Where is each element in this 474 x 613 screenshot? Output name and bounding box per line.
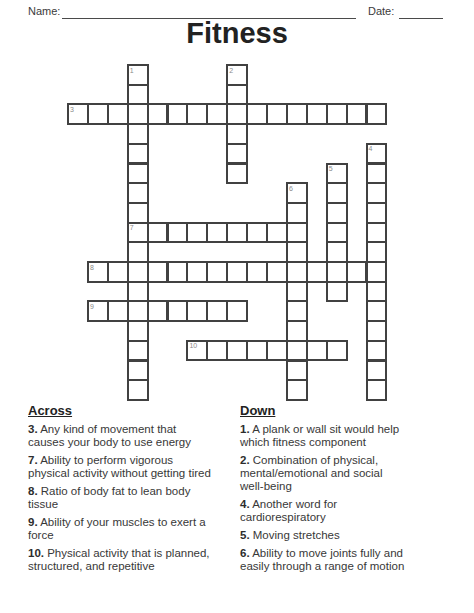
grid-cell[interactable] xyxy=(226,84,248,106)
grid-cell[interactable] xyxy=(167,103,189,125)
grid-cell[interactable] xyxy=(266,261,288,283)
grid-cell[interactable] xyxy=(246,261,268,283)
worksheet-page: Name: Date: Fitness 12345678910 Across 3… xyxy=(0,0,474,613)
clue-text: Physical activity that is planned, struc… xyxy=(28,547,210,572)
grid-cell[interactable] xyxy=(127,84,149,106)
grid-cell[interactable] xyxy=(226,163,248,185)
grid-cell[interactable] xyxy=(366,360,388,382)
down-clue-list: 1. A plank or wall sit would help which … xyxy=(240,423,466,573)
grid-cell[interactable] xyxy=(286,202,308,224)
grid-cell[interactable] xyxy=(366,182,388,204)
across-clue-list: 3. Any kind of movement that causes your… xyxy=(28,423,234,573)
clue-text: Ability to perform vigorous physical act… xyxy=(28,454,211,479)
clue-number: 4. xyxy=(240,498,250,510)
grid-cell[interactable] xyxy=(147,222,169,244)
clue-number: 1. xyxy=(240,423,250,435)
clue-item: 5. Moving stretches xyxy=(240,529,466,542)
grid-cell[interactable] xyxy=(346,103,368,125)
grid-cell[interactable] xyxy=(366,320,388,342)
clue-number: 9. xyxy=(28,516,38,528)
grid-cell[interactable] xyxy=(286,320,308,342)
clue-number: 6. xyxy=(240,547,250,559)
grid-cell[interactable] xyxy=(186,340,208,362)
grid-cell[interactable] xyxy=(127,123,149,145)
grid-cell[interactable] xyxy=(326,182,348,204)
grid-cell[interactable] xyxy=(366,143,388,165)
grid-cell[interactable] xyxy=(326,340,348,362)
grid-cell[interactable] xyxy=(127,222,149,244)
grid-cell[interactable] xyxy=(127,163,149,185)
grid-cell[interactable] xyxy=(366,281,388,303)
clue-number: 3. xyxy=(28,423,38,435)
clue-item: 8. Ratio of body fat to lean body tissue xyxy=(28,485,234,511)
grid-cell[interactable] xyxy=(147,103,169,125)
grid-cell[interactable] xyxy=(107,300,129,322)
clue-number: 10. xyxy=(28,547,44,559)
grid-cell[interactable] xyxy=(87,261,109,283)
grid-cell[interactable] xyxy=(127,360,149,382)
grid-cell[interactable] xyxy=(366,261,388,283)
across-clues-section: Across 3. Any kind of movement that caus… xyxy=(28,404,234,578)
clue-number: 7. xyxy=(28,454,38,466)
grid-cell[interactable] xyxy=(366,202,388,224)
grid-cell[interactable] xyxy=(127,281,149,303)
grid-cell[interactable] xyxy=(366,300,388,322)
grid-cell[interactable] xyxy=(366,163,388,185)
grid-cell[interactable] xyxy=(286,222,308,244)
grid-cell[interactable] xyxy=(226,103,248,125)
grid-cell[interactable] xyxy=(127,103,149,125)
grid-cell[interactable] xyxy=(147,300,169,322)
grid-cell[interactable] xyxy=(127,340,149,362)
grid-cell[interactable] xyxy=(127,300,149,322)
grid-cell[interactable] xyxy=(246,340,268,362)
clue-item: 6. Ability to move joints fully and easi… xyxy=(240,547,466,573)
grid-cell[interactable] xyxy=(286,379,308,401)
grid-cell[interactable] xyxy=(366,222,388,244)
grid-cell[interactable] xyxy=(326,261,348,283)
grid-cell[interactable] xyxy=(186,103,208,125)
clue-number: 2. xyxy=(240,454,250,466)
crossword-grid: 12345678910 xyxy=(68,65,389,402)
grid-cell[interactable] xyxy=(366,103,388,125)
clue-item: 7. Ability to perform vigorous physical … xyxy=(28,454,234,480)
grid-cell[interactable] xyxy=(127,320,149,342)
clue-text: Ratio of body fat to lean body tissue xyxy=(28,485,190,510)
grid-cell[interactable] xyxy=(127,379,149,401)
grid-cell[interactable] xyxy=(167,222,189,244)
grid-cell[interactable] xyxy=(127,182,149,204)
date-label: Date: xyxy=(368,5,394,17)
grid-cell[interactable] xyxy=(87,300,109,322)
grid-cell[interactable] xyxy=(147,261,169,283)
grid-cell[interactable] xyxy=(286,103,308,125)
grid-cell[interactable] xyxy=(286,300,308,322)
grid-cell[interactable] xyxy=(246,222,268,244)
down-header: Down xyxy=(240,404,466,417)
grid-cell[interactable] xyxy=(206,103,228,125)
grid-cell[interactable] xyxy=(286,182,308,204)
clue-item: 1. A plank or wall sit would help which … xyxy=(240,423,466,449)
grid-cell[interactable] xyxy=(186,261,208,283)
grid-cell[interactable] xyxy=(286,360,308,382)
grid-cell[interactable] xyxy=(326,202,348,224)
grid-cell[interactable] xyxy=(107,103,129,125)
grid-cell[interactable] xyxy=(107,261,129,283)
clue-item: 10. Physical activity that is planned, s… xyxy=(28,547,234,573)
grid-cell[interactable] xyxy=(226,340,248,362)
clue-number: 8. xyxy=(28,485,38,497)
grid-cell[interactable] xyxy=(306,103,328,125)
clue-item: 2. Combination of physical, mental/emoti… xyxy=(240,454,466,493)
grid-cell[interactable] xyxy=(87,103,109,125)
grid-cell[interactable] xyxy=(326,103,348,125)
grid-cell[interactable] xyxy=(346,261,368,283)
grid-cell[interactable] xyxy=(206,261,228,283)
grid-cell[interactable] xyxy=(326,163,348,185)
grid-cell[interactable] xyxy=(226,143,248,165)
clue-text: A plank or wall sit would help which fit… xyxy=(240,423,399,448)
grid-cell[interactable] xyxy=(167,300,189,322)
grid-cell[interactable] xyxy=(226,222,248,244)
across-header: Across xyxy=(28,404,234,417)
puzzle-title: Fitness xyxy=(0,17,474,50)
grid-cell[interactable] xyxy=(246,103,268,125)
grid-cell[interactable] xyxy=(67,103,89,125)
grid-cell[interactable] xyxy=(186,300,208,322)
grid-cell[interactable] xyxy=(266,222,288,244)
grid-cell[interactable] xyxy=(226,261,248,283)
grid-cell[interactable] xyxy=(226,123,248,145)
grid-cell[interactable] xyxy=(127,143,149,165)
grid-cell[interactable] xyxy=(266,340,288,362)
clue-text: Ability of your muscles to exert a force xyxy=(28,516,206,541)
grid-cell[interactable] xyxy=(326,222,348,244)
grid-cell[interactable] xyxy=(266,103,288,125)
grid-cell[interactable] xyxy=(127,241,149,263)
grid-cell[interactable] xyxy=(326,281,348,303)
grid-cell[interactable] xyxy=(286,241,308,263)
clue-text: Ability to move joints fully and easily … xyxy=(240,547,404,572)
grid-cell[interactable] xyxy=(306,340,328,362)
clue-item: 3. Any kind of movement that causes your… xyxy=(28,423,234,449)
grid-cell[interactable] xyxy=(127,202,149,224)
down-clues-section: Down 1. A plank or wall sit would help w… xyxy=(240,404,466,578)
grid-cell[interactable] xyxy=(286,340,308,362)
clue-text: Combination of physical, mental/emotiona… xyxy=(240,454,383,492)
grid-cell[interactable] xyxy=(306,261,328,283)
clue-item: 4. Another word for cardiorespiratory xyxy=(240,498,466,524)
grid-cell[interactable] xyxy=(206,340,228,362)
clue-text: Any kind of movement that causes your bo… xyxy=(28,423,191,448)
grid-cell[interactable] xyxy=(206,300,228,322)
grid-cell[interactable] xyxy=(286,281,308,303)
grid-cell[interactable] xyxy=(127,64,149,86)
clue-text: Moving stretches xyxy=(250,529,340,541)
grid-cell[interactable] xyxy=(366,379,388,401)
grid-cell[interactable] xyxy=(226,64,248,86)
grid-cell[interactable] xyxy=(127,261,149,283)
clue-number: 5. xyxy=(240,529,250,541)
clue-item: 9. Ability of your muscles to exert a fo… xyxy=(28,516,234,542)
grid-cell[interactable] xyxy=(186,222,208,244)
grid-cell[interactable] xyxy=(226,300,248,322)
grid-cell[interactable] xyxy=(286,261,308,283)
name-label: Name: xyxy=(28,5,60,17)
clue-text: Another word for cardiorespiratory xyxy=(240,498,337,523)
grid-cell[interactable] xyxy=(206,222,228,244)
grid-cell[interactable] xyxy=(366,340,388,362)
grid-cell[interactable] xyxy=(167,261,189,283)
grid-cell[interactable] xyxy=(326,241,348,263)
grid-cell[interactable] xyxy=(366,241,388,263)
